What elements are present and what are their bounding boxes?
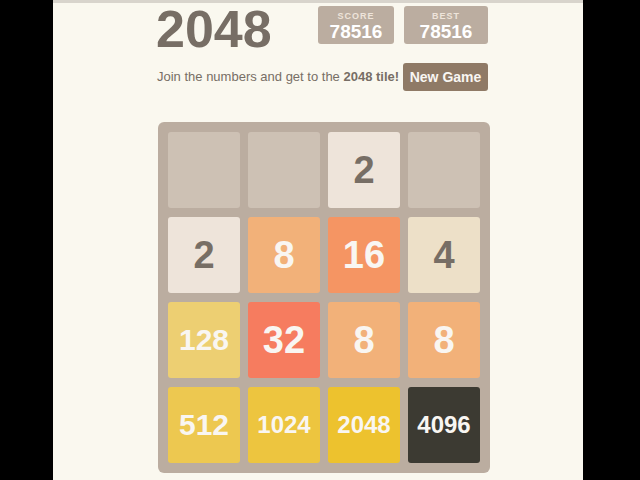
tile-4096: 4096 [408, 387, 480, 463]
best-box: BEST 78516 [404, 6, 488, 44]
tile-8: 8 [408, 302, 480, 378]
game-page: 2048 SCORE 78516 BEST 78516 Join the num… [53, 0, 583, 480]
tile-2: 2 [168, 217, 240, 293]
tile-2048: 2048 [328, 387, 400, 463]
tile-1024: 1024 [248, 387, 320, 463]
tile-8: 8 [248, 217, 320, 293]
score-box: SCORE 78516 [318, 6, 394, 44]
tile-32: 32 [248, 302, 320, 378]
game-title: 2048 [156, 0, 272, 58]
tagline-goal: 2048 tile! [343, 69, 399, 84]
best-value: 78516 [404, 22, 488, 42]
screen: 2048 SCORE 78516 BEST 78516 Join the num… [0, 0, 640, 480]
tile-8: 8 [328, 302, 400, 378]
empty-cell [168, 132, 240, 208]
tile-512: 512 [168, 387, 240, 463]
tile-4: 4 [408, 217, 480, 293]
new-game-button[interactable]: New Game [403, 63, 488, 91]
top-strip [53, 0, 583, 3]
empty-cell [248, 132, 320, 208]
game-board[interactable]: 2281641283288512102420484096 [158, 122, 490, 473]
tagline-text: Join the numbers and get to the [157, 69, 343, 84]
tile-2: 2 [328, 132, 400, 208]
score-value: 78516 [318, 22, 394, 42]
tile-16: 16 [328, 217, 400, 293]
empty-cell [408, 132, 480, 208]
tile-128: 128 [168, 302, 240, 378]
tagline: Join the numbers and get to the 2048 til… [157, 68, 399, 85]
